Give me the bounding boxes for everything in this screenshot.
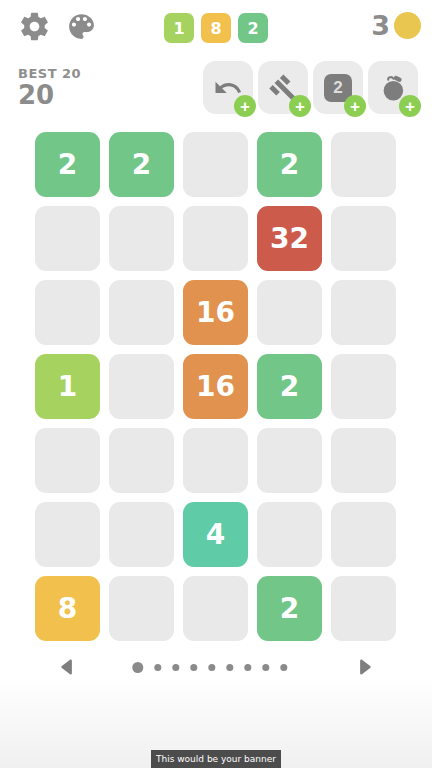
theme-palette-icon[interactable]	[65, 10, 98, 43]
empty-cell-r2c5	[331, 206, 396, 271]
page-dot-3	[172, 664, 179, 671]
hammer-button[interactable]: +	[258, 61, 308, 114]
next-tiles-queue: 182	[164, 13, 268, 43]
top-left-icons	[18, 10, 98, 43]
score-block: BEST 20 20	[18, 66, 81, 108]
tile-2-r7c4[interactable]: 2	[257, 576, 322, 641]
page-dot-1	[132, 662, 143, 673]
powerup-bar: + + 2 + +	[203, 61, 418, 114]
empty-cell-r6c5	[331, 502, 396, 567]
best-score-label: BEST 20	[18, 66, 81, 81]
empty-cell-r3c1	[35, 280, 100, 345]
coin-icon	[394, 12, 421, 39]
board: 22232161162482	[35, 132, 396, 641]
empty-cell-r3c4	[257, 280, 322, 345]
empty-cell-r3c5	[331, 280, 396, 345]
coin-count: 3	[371, 12, 390, 39]
page-dot-4	[190, 664, 197, 671]
tile-1-r4c1[interactable]: 1	[35, 354, 100, 419]
coin-counter[interactable]: 3	[371, 12, 421, 39]
prev-board-arrow-icon[interactable]	[58, 656, 76, 678]
empty-cell-r1c3	[183, 132, 248, 197]
settings-gear-icon[interactable]	[18, 10, 51, 43]
ad-banner: This would be your banner	[151, 750, 281, 768]
empty-cell-r5c4	[257, 428, 322, 493]
empty-cell-r6c2	[109, 502, 174, 567]
page-dot-2	[154, 664, 161, 671]
tile-2-r1c4[interactable]: 2	[257, 132, 322, 197]
empty-cell-r6c1	[35, 502, 100, 567]
tile-4-r6c3[interactable]: 4	[183, 502, 248, 567]
board-pager	[0, 650, 432, 684]
page-dot-8	[262, 664, 269, 671]
tile-16-r3c3[interactable]: 16	[183, 280, 248, 345]
empty-cell-r5c2	[109, 428, 174, 493]
empty-cell-r2c1	[35, 206, 100, 271]
page-dot-5	[208, 664, 215, 671]
queue-tile-8: 8	[201, 13, 231, 43]
next-board-arrow-icon[interactable]	[356, 656, 374, 678]
empty-cell-r5c3	[183, 428, 248, 493]
current-score: 20	[18, 82, 81, 108]
bomb-button[interactable]: +	[368, 61, 418, 114]
tile-8-r7c1[interactable]: 8	[35, 576, 100, 641]
empty-cell-r5c1	[35, 428, 100, 493]
buy-small-tile-badge[interactable]: +	[344, 95, 366, 117]
page-dot-9	[280, 664, 287, 671]
empty-cell-r5c5	[331, 428, 396, 493]
empty-cell-r1c5	[331, 132, 396, 197]
page-dot-7	[244, 664, 251, 671]
empty-cell-r4c2	[109, 354, 174, 419]
empty-cell-r3c2	[109, 280, 174, 345]
tile-2-r1c1[interactable]: 2	[35, 132, 100, 197]
empty-cell-r7c3	[183, 576, 248, 641]
buy-bomb-badge[interactable]: +	[399, 95, 421, 117]
tile-2-r1c2[interactable]: 2	[109, 132, 174, 197]
empty-cell-r7c5	[331, 576, 396, 641]
buy-undo-badge[interactable]: +	[234, 95, 256, 117]
tile-16-r4c3[interactable]: 16	[183, 354, 248, 419]
empty-cell-r7c2	[109, 576, 174, 641]
tile-32-r2c4[interactable]: 32	[257, 206, 322, 271]
undo-button[interactable]: +	[203, 61, 253, 114]
empty-cell-r4c5	[331, 354, 396, 419]
empty-cell-r6c4	[257, 502, 322, 567]
buy-hammer-badge[interactable]: +	[289, 95, 311, 117]
empty-cell-r2c2	[109, 206, 174, 271]
queue-tile-2: 2	[238, 13, 268, 43]
page-dots	[132, 650, 287, 684]
queue-tile-1: 1	[164, 13, 194, 43]
game-screen: 182 3 BEST 20 20 + + 2 + + 2	[0, 0, 432, 768]
small-tile-button[interactable]: 2 +	[313, 61, 363, 114]
tile-2-r4c4[interactable]: 2	[257, 354, 322, 419]
empty-cell-r2c3	[183, 206, 248, 271]
page-dot-6	[226, 664, 233, 671]
